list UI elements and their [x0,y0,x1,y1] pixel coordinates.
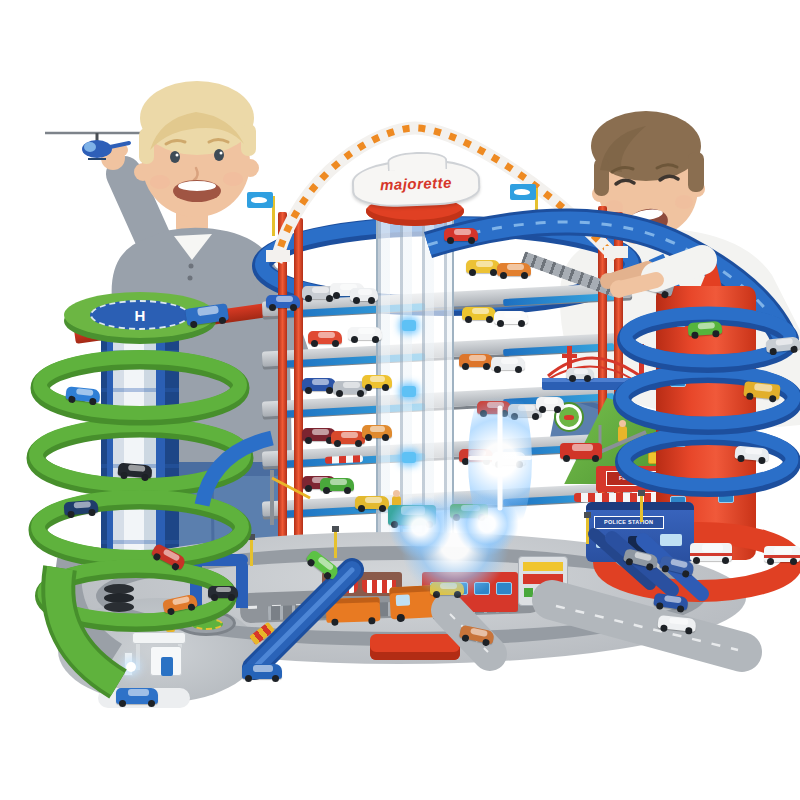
sparkle [0,0,800,800]
product-photo: majorette H [0,0,800,800]
